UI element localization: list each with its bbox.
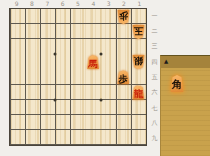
rank-label-1: 一 xyxy=(150,8,159,23)
komadai-header: ▲ xyxy=(161,56,210,68)
hand-piece-bishop[interactable]: 角 xyxy=(170,75,184,92)
piece-glyph: 馬 xyxy=(88,57,98,69)
piece-sente-pawn-2-5[interactable]: 歩 xyxy=(117,70,130,84)
file-label-2: 2 xyxy=(116,1,131,7)
rank-label-5: 五 xyxy=(150,69,159,84)
file-label-4: 4 xyxy=(86,1,101,7)
rank-labels: 一 二 三 四 五 六 七 八 九 xyxy=(150,8,159,146)
rank-label-9: 九 xyxy=(150,131,159,146)
piece-glyph: 銀 xyxy=(134,57,144,69)
shogi-diagram-page: 9 8 7 6 5 4 3 2 1 一 二 三 四 五 六 七 八 九 歩 玉 … xyxy=(0,0,210,156)
piece-sente-dragon-1-6[interactable]: 龍 xyxy=(132,86,145,100)
rank-label-7: 七 xyxy=(150,100,159,115)
piece-glyph: 角 xyxy=(172,77,183,90)
piece-gote-silver-1-4[interactable]: 銀 xyxy=(132,55,145,69)
piece-glyph: 歩 xyxy=(119,72,129,84)
file-label-5: 5 xyxy=(70,1,85,7)
file-label-6: 6 xyxy=(55,1,70,7)
rank-label-8: 八 xyxy=(150,115,159,130)
piece-gote-pawn-2-1[interactable]: 歩 xyxy=(117,10,130,24)
file-label-8: 8 xyxy=(24,1,39,7)
rank-label-2: 二 xyxy=(150,23,159,38)
file-label-3: 3 xyxy=(101,1,116,7)
sente-marker-icon: ▲ xyxy=(164,59,168,65)
file-label-9: 9 xyxy=(9,1,24,7)
file-labels: 9 8 7 6 5 4 3 2 1 xyxy=(9,0,147,8)
piece-glyph: 歩 xyxy=(119,11,129,23)
star-point xyxy=(99,53,102,56)
file-label-7: 7 xyxy=(40,1,55,7)
rank-label-6: 六 xyxy=(150,85,159,100)
star-point xyxy=(99,98,102,101)
rank-label-3: 三 xyxy=(150,39,159,54)
rank-label-4: 四 xyxy=(150,54,159,69)
piece-gote-king-1-2[interactable]: 玉 xyxy=(132,25,145,39)
file-label-1: 1 xyxy=(132,1,147,7)
komadai-sente: ▲ 角 xyxy=(160,55,210,156)
star-point xyxy=(54,53,57,56)
piece-glyph: 龍 xyxy=(134,87,144,99)
star-point xyxy=(54,98,57,101)
piece-glyph: 玉 xyxy=(134,26,144,38)
piece-sente-horse-4-4[interactable]: 馬 xyxy=(87,55,100,69)
